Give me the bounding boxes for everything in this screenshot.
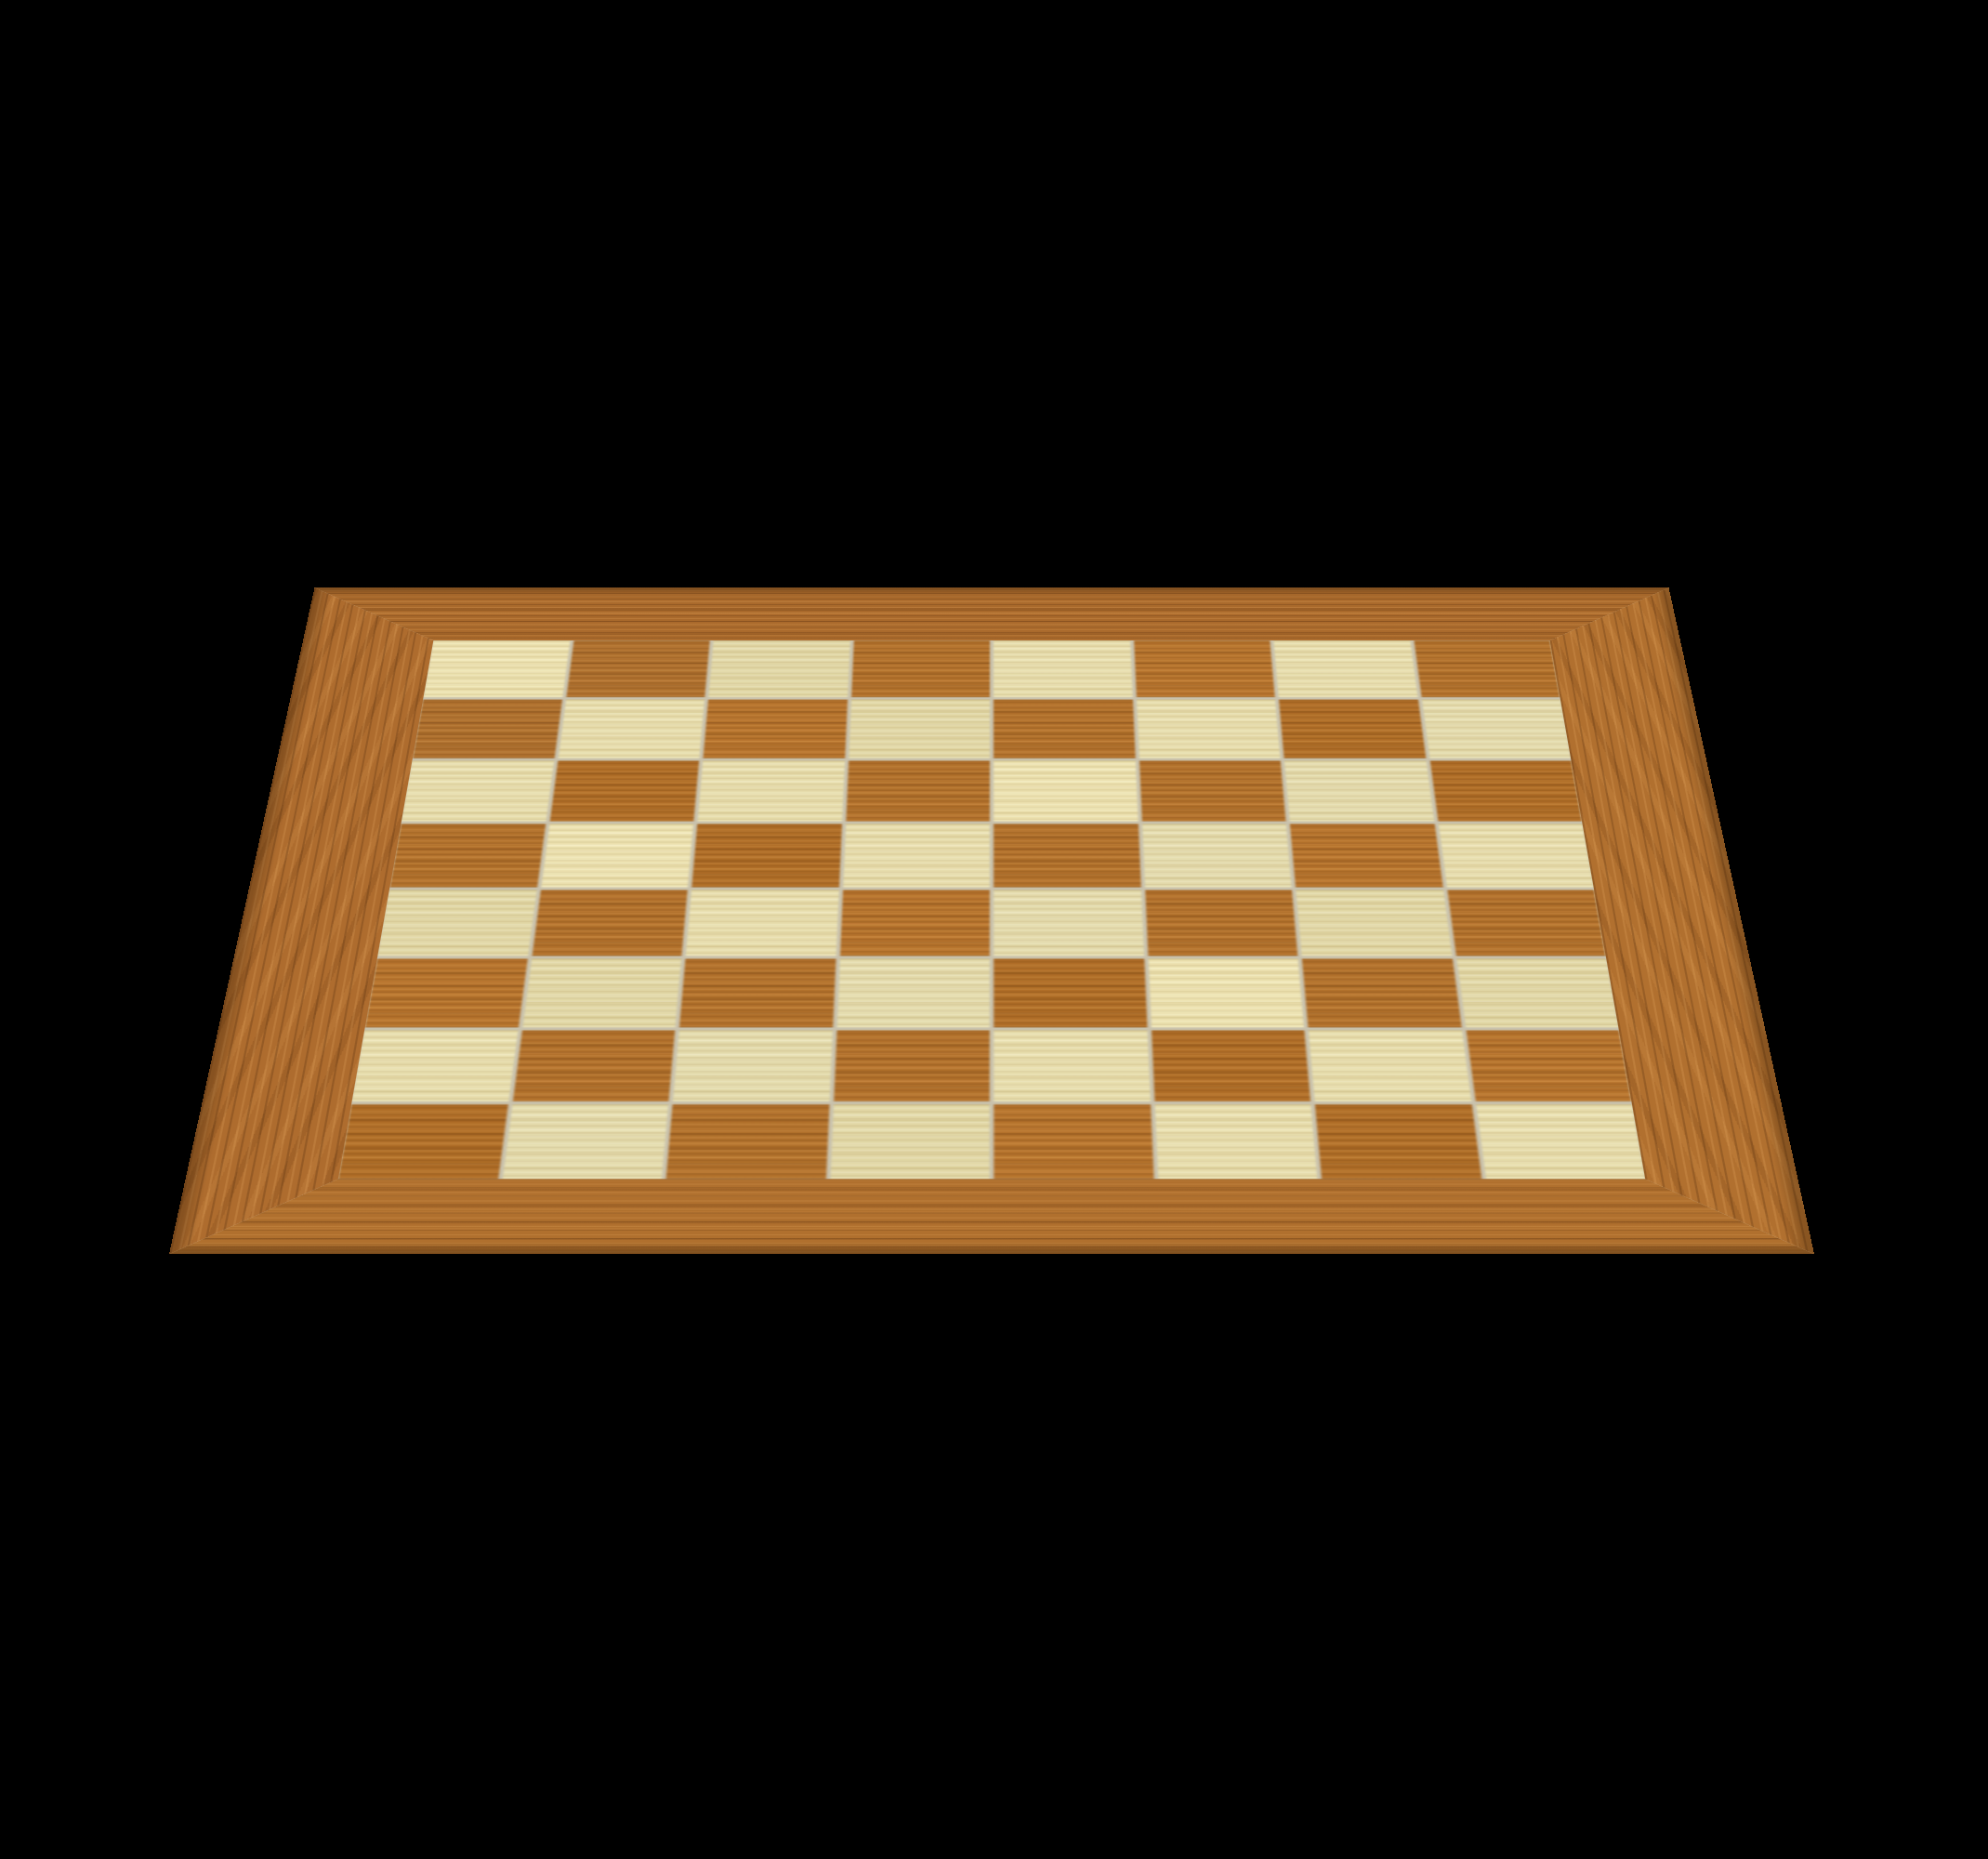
square-f8[interactable]	[1134, 640, 1275, 697]
square-b4[interactable]	[532, 890, 688, 956]
square-e1[interactable]	[994, 1104, 1153, 1179]
square-b6[interactable]	[549, 760, 699, 822]
square-b2[interactable]	[512, 1030, 675, 1101]
square-h3[interactable]	[1456, 958, 1619, 1027]
square-h2[interactable]	[1466, 1030, 1631, 1101]
square-h8[interactable]	[1414, 640, 1560, 697]
square-e3[interactable]	[994, 958, 1147, 1027]
square-c6[interactable]	[697, 760, 844, 822]
square-b5[interactable]	[541, 824, 693, 887]
square-d6[interactable]	[846, 760, 990, 822]
square-a5[interactable]	[389, 824, 545, 887]
square-a6[interactable]	[402, 760, 554, 822]
square-f2[interactable]	[1151, 1030, 1310, 1101]
square-a1[interactable]	[338, 1104, 507, 1179]
square-c2[interactable]	[673, 1030, 833, 1101]
scene-background	[0, 0, 1988, 1859]
square-a7[interactable]	[413, 699, 562, 758]
square-e7[interactable]	[994, 699, 1135, 758]
square-e2[interactable]	[994, 1030, 1150, 1101]
square-b1[interactable]	[502, 1104, 668, 1179]
square-e4[interactable]	[994, 890, 1143, 956]
square-g7[interactable]	[1279, 699, 1426, 758]
square-d1[interactable]	[830, 1104, 990, 1179]
square-b3[interactable]	[522, 958, 681, 1027]
square-a8[interactable]	[424, 640, 570, 697]
board-squares-grid	[338, 640, 1645, 1179]
square-a2[interactable]	[352, 1030, 518, 1101]
square-c5[interactable]	[691, 824, 841, 887]
square-e6[interactable]	[994, 760, 1138, 822]
square-d8[interactable]	[851, 640, 990, 697]
square-h6[interactable]	[1429, 760, 1582, 822]
square-h1[interactable]	[1476, 1104, 1645, 1179]
square-f6[interactable]	[1139, 760, 1285, 822]
square-d3[interactable]	[836, 958, 990, 1027]
square-g8[interactable]	[1273, 640, 1417, 697]
square-b7[interactable]	[558, 699, 704, 758]
square-b8[interactable]	[566, 640, 710, 697]
square-h5[interactable]	[1438, 824, 1593, 887]
square-d7[interactable]	[849, 699, 990, 758]
square-f4[interactable]	[1145, 890, 1298, 956]
square-h7[interactable]	[1421, 699, 1571, 758]
square-e5[interactable]	[994, 824, 1140, 887]
chessboard	[169, 587, 1814, 1254]
square-a4[interactable]	[377, 890, 536, 956]
square-d2[interactable]	[834, 1030, 990, 1101]
square-g3[interactable]	[1302, 958, 1461, 1027]
square-d4[interactable]	[839, 890, 989, 956]
square-f7[interactable]	[1136, 699, 1280, 758]
square-f5[interactable]	[1142, 824, 1292, 887]
square-e8[interactable]	[994, 640, 1132, 697]
square-c1[interactable]	[666, 1104, 829, 1179]
square-c3[interactable]	[679, 958, 836, 1027]
frame-rail-bottom	[169, 1179, 1814, 1254]
frame-rail-top	[303, 587, 1680, 640]
square-f3[interactable]	[1148, 958, 1304, 1027]
square-c7[interactable]	[704, 699, 848, 758]
square-a3[interactable]	[365, 958, 528, 1027]
square-h4[interactable]	[1447, 890, 1606, 956]
square-f1[interactable]	[1154, 1104, 1317, 1179]
square-g5[interactable]	[1290, 824, 1442, 887]
square-g6[interactable]	[1284, 760, 1434, 822]
square-g4[interactable]	[1296, 890, 1452, 956]
square-g1[interactable]	[1315, 1104, 1481, 1179]
square-d5[interactable]	[843, 824, 990, 887]
square-g2[interactable]	[1309, 1030, 1471, 1101]
square-c4[interactable]	[686, 890, 839, 956]
square-c8[interactable]	[708, 640, 849, 697]
